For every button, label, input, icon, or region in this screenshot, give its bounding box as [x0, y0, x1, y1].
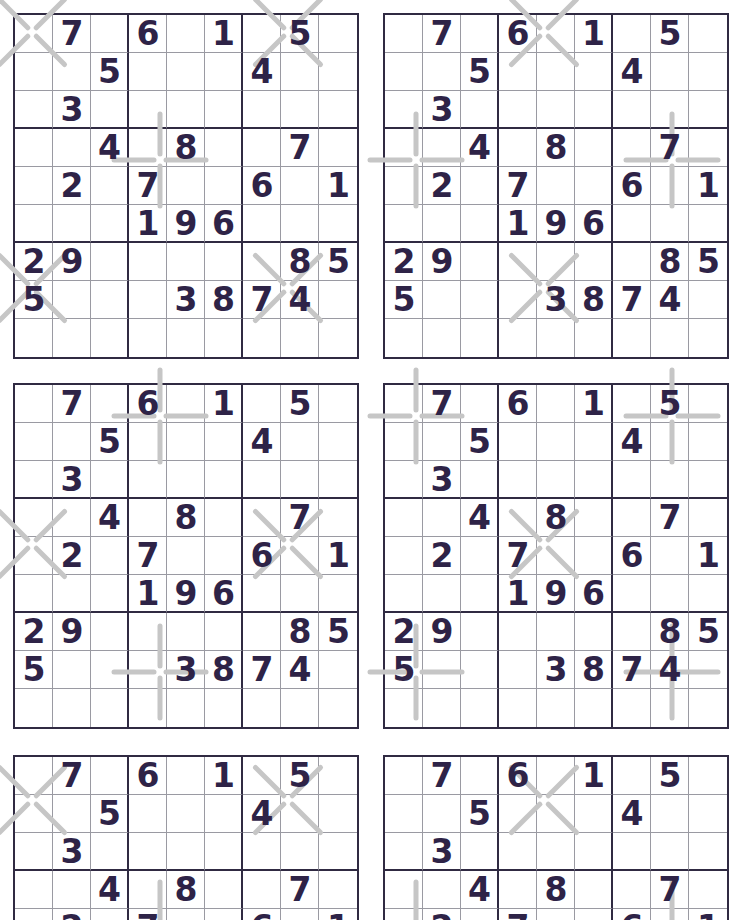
sudoku-board-5-cell-r1c5[interactable] [167, 757, 205, 795]
sudoku-board-6-cell-r1c6[interactable]: 1 [575, 757, 613, 795]
sudoku-board-1-cell-r6c3[interactable] [91, 205, 129, 243]
sudoku-board-4-cell-r2c3[interactable]: 5 [461, 423, 499, 461]
sudoku-board-4-cell-r1c5[interactable] [537, 385, 575, 423]
sudoku-board-2-cell-r6c4[interactable]: 1 [499, 205, 537, 243]
sudoku-board-3-cell-r8c7[interactable]: 7 [243, 651, 281, 689]
sudoku-board-3-cell-r3c6[interactable] [205, 461, 243, 499]
sudoku-board-2-cell-r8c7[interactable]: 7 [613, 281, 651, 319]
sudoku-board-2-cell-r8c1[interactable]: 5 [385, 281, 423, 319]
sudoku-board-1-cell-r1c6[interactable]: 1 [205, 15, 243, 53]
sudoku-board-4-cell-r3c4[interactable] [499, 461, 537, 499]
sudoku-board-3-cell-r3c7[interactable] [243, 461, 281, 499]
sudoku-board-1-cell-r8c9[interactable] [319, 281, 357, 319]
sudoku-board-4-cell-r8c7[interactable]: 7 [613, 651, 651, 689]
sudoku-board-2-cell-r5c1[interactable] [385, 167, 423, 205]
sudoku-board-6-cell-r4c1[interactable] [385, 871, 423, 909]
sudoku-board-1-cell-r6c7[interactable] [243, 205, 281, 243]
sudoku-board-3-cell-r6c1[interactable] [15, 575, 53, 613]
sudoku-board-1-cell-r8c5[interactable]: 3 [167, 281, 205, 319]
sudoku-board-5-cell-r5c6[interactable] [205, 909, 243, 920]
sudoku-board-3-cell-r5c2[interactable]: 2 [53, 537, 91, 575]
sudoku-board-5-cell-r1c7[interactable] [243, 757, 281, 795]
sudoku-board-5-cell-r2c5[interactable] [167, 795, 205, 833]
sudoku-board-2-cell-r4c1[interactable] [385, 129, 423, 167]
sudoku-board-1-cell-r5c7[interactable]: 6 [243, 167, 281, 205]
sudoku-board-3-cell-r3c2[interactable]: 3 [53, 461, 91, 499]
sudoku-board-2-cell-r7c5[interactable] [537, 243, 575, 281]
sudoku-board-2-cell-r8c6[interactable]: 8 [575, 281, 613, 319]
sudoku-board-6-cell-r2c9[interactable] [689, 795, 727, 833]
sudoku-board-5-cell-r5c7[interactable]: 6 [243, 909, 281, 920]
sudoku-board-2-cell-r5c2[interactable]: 2 [423, 167, 461, 205]
sudoku-board-5-cell-r4c6[interactable] [205, 871, 243, 909]
sudoku-board-2-cell-r3c9[interactable] [689, 91, 727, 129]
sudoku-board-4-cell-r4c3[interactable]: 4 [461, 499, 499, 537]
sudoku-board-5-cell-r3c9[interactable] [319, 833, 357, 871]
sudoku-board-5-cell-r5c1[interactable] [15, 909, 53, 920]
sudoku-board-3-cell-r7c5[interactable] [167, 613, 205, 651]
sudoku-board-5-cell-r3c2[interactable]: 3 [53, 833, 91, 871]
sudoku-board-2-cell-r2c4[interactable] [499, 53, 537, 91]
sudoku-board-1-cell-r2c2[interactable] [53, 53, 91, 91]
sudoku-board-1-cell-r9c1[interactable] [15, 319, 53, 357]
sudoku-board-2-cell-r6c5[interactable]: 9 [537, 205, 575, 243]
sudoku-board-4-cell-r1c6[interactable]: 1 [575, 385, 613, 423]
sudoku-board-1-cell-r5c3[interactable] [91, 167, 129, 205]
sudoku-board-1-cell-r2c5[interactable] [167, 53, 205, 91]
sudoku-board-6-cell-r5c9[interactable]: 1 [689, 909, 727, 920]
sudoku-board-2-cell-r9c2[interactable] [423, 319, 461, 357]
sudoku-board-6-cell-r3c2[interactable]: 3 [423, 833, 461, 871]
sudoku-board-4-cell-r8c9[interactable] [689, 651, 727, 689]
sudoku-board-4-cell-r3c3[interactable] [461, 461, 499, 499]
sudoku-board-1-cell-r8c7[interactable]: 7 [243, 281, 281, 319]
sudoku-board-1-cell-r6c6[interactable]: 6 [205, 205, 243, 243]
sudoku-board-6-cell-r5c2[interactable]: 2 [423, 909, 461, 920]
sudoku-board-3-cell-r4c3[interactable]: 4 [91, 499, 129, 537]
sudoku-board-2-cell-r2c9[interactable] [689, 53, 727, 91]
sudoku-board-4-cell-r6c1[interactable] [385, 575, 423, 613]
sudoku-board-1-cell-r2c8[interactable] [281, 53, 319, 91]
sudoku-board-3-cell-r1c2[interactable]: 7 [53, 385, 91, 423]
sudoku-board-6-cell-r2c3[interactable]: 5 [461, 795, 499, 833]
sudoku-board-1-cell-r9c8[interactable] [281, 319, 319, 357]
sudoku-board-1-cell-r9c5[interactable] [167, 319, 205, 357]
sudoku-board-4-cell-r7c7[interactable] [613, 613, 651, 651]
sudoku-board-5-cell-r5c5[interactable] [167, 909, 205, 920]
sudoku-board-3-cell-r7c3[interactable] [91, 613, 129, 651]
sudoku-board-1-cell-r7c7[interactable] [243, 243, 281, 281]
sudoku-board-4-cell-r2c5[interactable] [537, 423, 575, 461]
sudoku-board-1-cell-r7c3[interactable] [91, 243, 129, 281]
sudoku-board-6-cell-r3c9[interactable] [689, 833, 727, 871]
sudoku-board-4-cell-r9c3[interactable] [461, 689, 499, 727]
sudoku-board-3-cell-r2c3[interactable]: 5 [91, 423, 129, 461]
sudoku-board-2-cell-r3c3[interactable] [461, 91, 499, 129]
sudoku-board-4-cell-r4c6[interactable] [575, 499, 613, 537]
sudoku-board-4-cell-r1c2[interactable]: 7 [423, 385, 461, 423]
sudoku-board-2-cell-r1c2[interactable]: 7 [423, 15, 461, 53]
sudoku-board-6-cell-r5c7[interactable]: 6 [613, 909, 651, 920]
sudoku-board-4-cell-r5c8[interactable] [651, 537, 689, 575]
sudoku-board-6-cell-r4c4[interactable] [499, 871, 537, 909]
sudoku-board-1-cell-r4c4[interactable] [129, 129, 167, 167]
sudoku-board-3-cell-r8c5[interactable]: 3 [167, 651, 205, 689]
sudoku-board-3-cell-r3c8[interactable] [281, 461, 319, 499]
sudoku-board-2-cell-r7c2[interactable]: 9 [423, 243, 461, 281]
sudoku-board-2-cell-r9c9[interactable] [689, 319, 727, 357]
sudoku-board-4-cell-r1c3[interactable] [461, 385, 499, 423]
sudoku-board-1-cell-r7c4[interactable] [129, 243, 167, 281]
sudoku-board-6-cell-r2c1[interactable] [385, 795, 423, 833]
sudoku-board-4-cell-r5c3[interactable] [461, 537, 499, 575]
sudoku-board-3-cell-r1c9[interactable] [319, 385, 357, 423]
sudoku-board-3-cell-r4c6[interactable] [205, 499, 243, 537]
sudoku-board-3-cell-r1c8[interactable]: 5 [281, 385, 319, 423]
sudoku-board-5-cell-r4c8[interactable]: 7 [281, 871, 319, 909]
sudoku-board-1-cell-r5c1[interactable] [15, 167, 53, 205]
sudoku-board-2-cell-r7c6[interactable] [575, 243, 613, 281]
sudoku-board-3-cell-r2c4[interactable] [129, 423, 167, 461]
sudoku-board-4-cell-r4c5[interactable]: 8 [537, 499, 575, 537]
sudoku-board-1-cell-r7c8[interactable]: 8 [281, 243, 319, 281]
sudoku-board-4-cell-r5c9[interactable]: 1 [689, 537, 727, 575]
sudoku-board-5-cell-r5c9[interactable]: 1 [319, 909, 357, 920]
sudoku-board-5-cell-r3c1[interactable] [15, 833, 53, 871]
sudoku-board-5-cell-r4c3[interactable]: 4 [91, 871, 129, 909]
sudoku-board-4-cell-r8c4[interactable] [499, 651, 537, 689]
sudoku-board-3-cell-r2c2[interactable] [53, 423, 91, 461]
sudoku-board-1-cell-r2c4[interactable] [129, 53, 167, 91]
sudoku-board-2-cell-r8c5[interactable]: 3 [537, 281, 575, 319]
sudoku-board-2-cell-r8c2[interactable] [423, 281, 461, 319]
sudoku-board-6-cell-r2c4[interactable] [499, 795, 537, 833]
sudoku-board-5-cell-r3c4[interactable] [129, 833, 167, 871]
sudoku-board-3-cell-r8c4[interactable] [129, 651, 167, 689]
sudoku-board-3-cell-r7c6[interactable] [205, 613, 243, 651]
sudoku-board-3-cell-r5c4[interactable]: 7 [129, 537, 167, 575]
sudoku-board-1-cell-r5c4[interactable]: 7 [129, 167, 167, 205]
sudoku-board-5-cell-r5c3[interactable] [91, 909, 129, 920]
sudoku-board-3-cell-r4c4[interactable] [129, 499, 167, 537]
sudoku-board-4-cell-r7c4[interactable] [499, 613, 537, 651]
sudoku-board-2-cell-r7c9[interactable]: 5 [689, 243, 727, 281]
sudoku-board-5-cell-r3c6[interactable] [205, 833, 243, 871]
sudoku-board-6-cell-r3c7[interactable] [613, 833, 651, 871]
sudoku-board-3-cell-r4c8[interactable]: 7 [281, 499, 319, 537]
sudoku-board-2-cell-r3c1[interactable] [385, 91, 423, 129]
sudoku-board-3-cell-r2c5[interactable] [167, 423, 205, 461]
sudoku-board-4-cell-r2c2[interactable] [423, 423, 461, 461]
sudoku-board-1-cell-r5c5[interactable] [167, 167, 205, 205]
sudoku-board-1-cell-r7c5[interactable] [167, 243, 205, 281]
sudoku-board-5-cell-r3c8[interactable] [281, 833, 319, 871]
sudoku-board-6-cell-r4c9[interactable] [689, 871, 727, 909]
sudoku-board-1-cell-r4c7[interactable] [243, 129, 281, 167]
sudoku-board-3-cell-r3c3[interactable] [91, 461, 129, 499]
sudoku-board-1-cell-r2c9[interactable] [319, 53, 357, 91]
sudoku-board-6-cell-r1c7[interactable] [613, 757, 651, 795]
sudoku-board-1-cell-r1c5[interactable] [167, 15, 205, 53]
sudoku-board-1-cell-r6c5[interactable]: 9 [167, 205, 205, 243]
sudoku-board-6-cell-r4c8[interactable]: 7 [651, 871, 689, 909]
sudoku-board-2-cell-r4c3[interactable]: 4 [461, 129, 499, 167]
sudoku-board-3-cell-r7c1[interactable]: 2 [15, 613, 53, 651]
sudoku-board-6-cell-r1c3[interactable] [461, 757, 499, 795]
sudoku-board-2-cell-r6c2[interactable] [423, 205, 461, 243]
sudoku-board-3-cell-r8c2[interactable] [53, 651, 91, 689]
sudoku-board-5-cell-r2c8[interactable] [281, 795, 319, 833]
sudoku-board-4-cell-r3c2[interactable]: 3 [423, 461, 461, 499]
sudoku-board-1-cell-r8c2[interactable] [53, 281, 91, 319]
sudoku-board-2-cell-r3c2[interactable]: 3 [423, 91, 461, 129]
sudoku-board-6-cell-r4c7[interactable] [613, 871, 651, 909]
sudoku-board-6-cell-r2c6[interactable] [575, 795, 613, 833]
sudoku-board-4-cell-r3c6[interactable] [575, 461, 613, 499]
sudoku-board-3-cell-r5c3[interactable] [91, 537, 129, 575]
sudoku-board-1-cell-r1c4[interactable]: 6 [129, 15, 167, 53]
sudoku-board-3-cell-r1c3[interactable] [91, 385, 129, 423]
sudoku-board-1-cell-r5c9[interactable]: 1 [319, 167, 357, 205]
sudoku-board-3-cell-r9c2[interactable] [53, 689, 91, 727]
sudoku-board-2-cell-r9c3[interactable] [461, 319, 499, 357]
sudoku-board-1-cell-r6c2[interactable] [53, 205, 91, 243]
sudoku-board-1-cell-r6c1[interactable] [15, 205, 53, 243]
sudoku-board-4-cell-r5c2[interactable]: 2 [423, 537, 461, 575]
sudoku-board-5-cell-r2c9[interactable] [319, 795, 357, 833]
sudoku-board-6-cell-r5c1[interactable] [385, 909, 423, 920]
sudoku-board-2-cell-r9c6[interactable] [575, 319, 613, 357]
sudoku-board-1-cell-r6c9[interactable] [319, 205, 357, 243]
sudoku-board-6-cell-r5c3[interactable] [461, 909, 499, 920]
sudoku-board-1-cell-r3c7[interactable] [243, 91, 281, 129]
sudoku-board-6-cell-r3c8[interactable] [651, 833, 689, 871]
sudoku-board-1-cell-r4c6[interactable] [205, 129, 243, 167]
sudoku-board-5-cell-r1c9[interactable] [319, 757, 357, 795]
sudoku-board-2-cell-r1c8[interactable]: 5 [651, 15, 689, 53]
sudoku-board-3-cell-r4c5[interactable]: 8 [167, 499, 205, 537]
sudoku-board-2-cell-r5c9[interactable]: 1 [689, 167, 727, 205]
sudoku-board-3-cell-r9c8[interactable] [281, 689, 319, 727]
sudoku-board-3-cell-r6c8[interactable] [281, 575, 319, 613]
sudoku-board-2-cell-r7c8[interactable]: 8 [651, 243, 689, 281]
sudoku-board-1-cell-r7c9[interactable]: 5 [319, 243, 357, 281]
sudoku-board-6-cell-r3c6[interactable] [575, 833, 613, 871]
sudoku-board-4-cell-r4c2[interactable] [423, 499, 461, 537]
sudoku-board-4-cell-r4c8[interactable]: 7 [651, 499, 689, 537]
sudoku-board-2-cell-r4c7[interactable] [613, 129, 651, 167]
sudoku-board-2-cell-r2c8[interactable] [651, 53, 689, 91]
sudoku-board-2-cell-r5c5[interactable] [537, 167, 575, 205]
sudoku-board-4-cell-r5c6[interactable] [575, 537, 613, 575]
sudoku-board-4-cell-r6c6[interactable]: 6 [575, 575, 613, 613]
sudoku-board-6-cell-r5c5[interactable] [537, 909, 575, 920]
sudoku-board-6-cell-r5c4[interactable]: 7 [499, 909, 537, 920]
sudoku-board-4-cell-r2c4[interactable] [499, 423, 537, 461]
sudoku-board-2-cell-r7c1[interactable]: 2 [385, 243, 423, 281]
sudoku-board-4-cell-r1c4[interactable]: 6 [499, 385, 537, 423]
sudoku-board-2-cell-r8c3[interactable] [461, 281, 499, 319]
sudoku-board-5-cell-r4c1[interactable] [15, 871, 53, 909]
sudoku-board-5-cell-r4c5[interactable]: 8 [167, 871, 205, 909]
sudoku-board-2-cell-r9c7[interactable] [613, 319, 651, 357]
sudoku-board-1-cell-r9c4[interactable] [129, 319, 167, 357]
sudoku-board-4-cell-r6c3[interactable] [461, 575, 499, 613]
sudoku-board-4-cell-r6c7[interactable] [613, 575, 651, 613]
sudoku-board-5-cell-r5c4[interactable]: 7 [129, 909, 167, 920]
sudoku-board-2-cell-r4c4[interactable] [499, 129, 537, 167]
sudoku-board-1-cell-r1c9[interactable] [319, 15, 357, 53]
sudoku-board-4-cell-r7c1[interactable]: 2 [385, 613, 423, 651]
sudoku-board-1-cell-r7c2[interactable]: 9 [53, 243, 91, 281]
sudoku-board-1-cell-r8c4[interactable] [129, 281, 167, 319]
sudoku-board-6-cell-r4c2[interactable] [423, 871, 461, 909]
sudoku-board-2-cell-r8c4[interactable] [499, 281, 537, 319]
sudoku-board-1-cell-r7c6[interactable] [205, 243, 243, 281]
sudoku-board-5-cell-r1c3[interactable] [91, 757, 129, 795]
sudoku-board-5-cell-r1c2[interactable]: 7 [53, 757, 91, 795]
sudoku-board-1-cell-r2c1[interactable] [15, 53, 53, 91]
sudoku-board-1-cell-r3c8[interactable] [281, 91, 319, 129]
sudoku-board-4-cell-r2c8[interactable] [651, 423, 689, 461]
sudoku-board-1-cell-r8c3[interactable] [91, 281, 129, 319]
sudoku-board-3-cell-r3c4[interactable] [129, 461, 167, 499]
sudoku-board-5-cell-r2c2[interactable] [53, 795, 91, 833]
sudoku-board-4-cell-r8c6[interactable]: 8 [575, 651, 613, 689]
sudoku-board-3-cell-r3c5[interactable] [167, 461, 205, 499]
sudoku-board-4-cell-r9c2[interactable] [423, 689, 461, 727]
sudoku-board-3-cell-r1c1[interactable] [15, 385, 53, 423]
sudoku-board-4-cell-r6c8[interactable] [651, 575, 689, 613]
sudoku-board-4-cell-r9c7[interactable] [613, 689, 651, 727]
sudoku-board-3-cell-r2c1[interactable] [15, 423, 53, 461]
sudoku-board-2-cell-r4c2[interactable] [423, 129, 461, 167]
sudoku-board-1-cell-r1c3[interactable] [91, 15, 129, 53]
sudoku-board-3-cell-r6c2[interactable] [53, 575, 91, 613]
sudoku-board-1-cell-r8c6[interactable]: 8 [205, 281, 243, 319]
sudoku-board-2-cell-r6c1[interactable] [385, 205, 423, 243]
sudoku-board-4-cell-r2c7[interactable]: 4 [613, 423, 651, 461]
sudoku-board-3-cell-r1c4[interactable]: 6 [129, 385, 167, 423]
sudoku-board-1-cell-r8c8[interactable]: 4 [281, 281, 319, 319]
sudoku-board-3-cell-r4c2[interactable] [53, 499, 91, 537]
sudoku-board-2-cell-r4c9[interactable] [689, 129, 727, 167]
sudoku-board-3-cell-r8c3[interactable] [91, 651, 129, 689]
sudoku-board-3-cell-r8c1[interactable]: 5 [15, 651, 53, 689]
sudoku-board-1-cell-r9c6[interactable] [205, 319, 243, 357]
sudoku-board-3-cell-r3c9[interactable] [319, 461, 357, 499]
sudoku-board-1-cell-r4c9[interactable] [319, 129, 357, 167]
sudoku-board-2-cell-r9c4[interactable] [499, 319, 537, 357]
sudoku-board-2-cell-r1c6[interactable]: 1 [575, 15, 613, 53]
sudoku-board-4-cell-r3c5[interactable] [537, 461, 575, 499]
sudoku-board-4-cell-r5c7[interactable]: 6 [613, 537, 651, 575]
sudoku-board-3-cell-r7c8[interactable]: 8 [281, 613, 319, 651]
sudoku-board-3-cell-r9c6[interactable] [205, 689, 243, 727]
sudoku-board-6-cell-r4c5[interactable]: 8 [537, 871, 575, 909]
sudoku-board-3-cell-r7c2[interactable]: 9 [53, 613, 91, 651]
sudoku-board-4-cell-r6c4[interactable]: 1 [499, 575, 537, 613]
sudoku-board-6-cell-r3c1[interactable] [385, 833, 423, 871]
sudoku-board-6-cell-r2c5[interactable] [537, 795, 575, 833]
sudoku-board-5-cell-r3c3[interactable] [91, 833, 129, 871]
sudoku-board-4-cell-r7c5[interactable] [537, 613, 575, 651]
sudoku-board-5-cell-r4c4[interactable] [129, 871, 167, 909]
sudoku-board-6-cell-r1c5[interactable] [537, 757, 575, 795]
sudoku-board-2-cell-r6c7[interactable] [613, 205, 651, 243]
sudoku-board-2-cell-r9c5[interactable] [537, 319, 575, 357]
sudoku-board-4-cell-r3c8[interactable] [651, 461, 689, 499]
sudoku-board-6-cell-r5c6[interactable] [575, 909, 613, 920]
sudoku-board-4-cell-r4c1[interactable] [385, 499, 423, 537]
sudoku-board-2-cell-r3c8[interactable] [651, 91, 689, 129]
sudoku-board-3-cell-r2c9[interactable] [319, 423, 357, 461]
sudoku-board-4-cell-r5c4[interactable]: 7 [499, 537, 537, 575]
sudoku-board-6-cell-r5c8[interactable] [651, 909, 689, 920]
sudoku-board-4-cell-r5c5[interactable] [537, 537, 575, 575]
sudoku-board-3-cell-r5c1[interactable] [15, 537, 53, 575]
sudoku-board-4-cell-r1c8[interactable]: 5 [651, 385, 689, 423]
sudoku-board-1-cell-r1c7[interactable] [243, 15, 281, 53]
sudoku-board-3-cell-r4c1[interactable] [15, 499, 53, 537]
sudoku-board-3-cell-r1c6[interactable]: 1 [205, 385, 243, 423]
sudoku-board-3-cell-r4c9[interactable] [319, 499, 357, 537]
sudoku-board-6-cell-r1c8[interactable]: 5 [651, 757, 689, 795]
sudoku-board-5-cell-r4c7[interactable] [243, 871, 281, 909]
sudoku-board-4-cell-r9c8[interactable] [651, 689, 689, 727]
sudoku-board-2-cell-r5c3[interactable] [461, 167, 499, 205]
sudoku-board-4-cell-r1c7[interactable] [613, 385, 651, 423]
sudoku-board-2-cell-r1c1[interactable] [385, 15, 423, 53]
sudoku-board-1-cell-r5c2[interactable]: 2 [53, 167, 91, 205]
sudoku-board-2-cell-r4c6[interactable] [575, 129, 613, 167]
sudoku-board-3-cell-r6c3[interactable] [91, 575, 129, 613]
sudoku-board-4-cell-r8c3[interactable] [461, 651, 499, 689]
sudoku-board-4-cell-r5c1[interactable] [385, 537, 423, 575]
sudoku-board-4-cell-r4c4[interactable] [499, 499, 537, 537]
sudoku-board-3-cell-r5c6[interactable] [205, 537, 243, 575]
sudoku-board-1-cell-r2c7[interactable]: 4 [243, 53, 281, 91]
sudoku-board-6-cell-r1c4[interactable]: 6 [499, 757, 537, 795]
sudoku-board-6-cell-r1c9[interactable] [689, 757, 727, 795]
sudoku-board-3-cell-r7c9[interactable]: 5 [319, 613, 357, 651]
sudoku-board-1-cell-r5c8[interactable] [281, 167, 319, 205]
sudoku-board-5-cell-r3c5[interactable] [167, 833, 205, 871]
sudoku-board-5-cell-r2c7[interactable]: 4 [243, 795, 281, 833]
sudoku-board-2-cell-r1c9[interactable] [689, 15, 727, 53]
sudoku-board-4-cell-r8c2[interactable] [423, 651, 461, 689]
sudoku-board-2-cell-r1c5[interactable] [537, 15, 575, 53]
sudoku-board-1-cell-r4c2[interactable] [53, 129, 91, 167]
sudoku-board-2-cell-r4c5[interactable]: 8 [537, 129, 575, 167]
sudoku-board-4-cell-r1c9[interactable] [689, 385, 727, 423]
sudoku-board-2-cell-r1c3[interactable] [461, 15, 499, 53]
sudoku-board-3-cell-r3c1[interactable] [15, 461, 53, 499]
sudoku-board-4-cell-r9c9[interactable] [689, 689, 727, 727]
sudoku-board-6-cell-r1c1[interactable] [385, 757, 423, 795]
sudoku-board-5-cell-r1c4[interactable]: 6 [129, 757, 167, 795]
sudoku-board-2-cell-r2c3[interactable]: 5 [461, 53, 499, 91]
sudoku-board-1-cell-r2c3[interactable]: 5 [91, 53, 129, 91]
sudoku-board-4-cell-r6c9[interactable] [689, 575, 727, 613]
sudoku-board-2-cell-r6c9[interactable] [689, 205, 727, 243]
sudoku-board-1-cell-r4c3[interactable]: 4 [91, 129, 129, 167]
sudoku-board-2-cell-r2c7[interactable]: 4 [613, 53, 651, 91]
sudoku-board-3-cell-r6c9[interactable] [319, 575, 357, 613]
sudoku-board-3-cell-r4c7[interactable] [243, 499, 281, 537]
sudoku-board-6-cell-r2c8[interactable] [651, 795, 689, 833]
sudoku-board-4-cell-r3c7[interactable] [613, 461, 651, 499]
